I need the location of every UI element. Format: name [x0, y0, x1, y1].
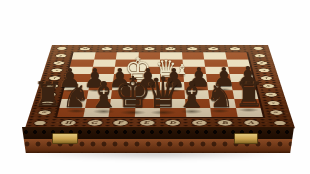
- square-c1: [182, 52, 205, 59]
- square-h1: [72, 52, 95, 59]
- square-g8: [83, 108, 110, 117]
- square-a6: [232, 90, 258, 99]
- square-c4: [183, 74, 207, 82]
- rank-medallion-6: 6: [264, 92, 277, 96]
- square-f5: [112, 82, 137, 90]
- rank-medallion-2: 2: [53, 61, 64, 64]
- chess-set-product-photo: HGFEDCBA HGFEDCBA 12345678 12345678 ♚♛♝♟…: [0, 0, 310, 174]
- square-f6: [111, 90, 136, 99]
- rank-medallion-7: 7: [40, 101, 53, 105]
- rank-medallion-5: 5: [46, 84, 58, 88]
- file-medallion-d: D: [166, 120, 181, 125]
- square-a2: [226, 59, 250, 66]
- file-medallion-far-f: F: [123, 47, 133, 50]
- square-d4: [160, 74, 184, 82]
- box-front-face: [22, 127, 294, 153]
- square-d6: [160, 90, 185, 99]
- square-a3: [228, 67, 252, 75]
- square-c5: [184, 82, 209, 90]
- rank-medallion-1: 1: [254, 54, 265, 57]
- rank-medallion-4: 4: [260, 76, 272, 80]
- square-g5: [88, 82, 113, 90]
- square-h2: [70, 59, 94, 66]
- square-b2: [204, 59, 227, 66]
- square-e7: [135, 99, 160, 108]
- file-medallion-e: E: [140, 120, 155, 125]
- square-e2: [137, 59, 160, 66]
- square-h3: [68, 67, 92, 75]
- square-g2: [92, 59, 115, 66]
- rank-medallion-8: 8: [269, 110, 282, 114]
- square-d1: [160, 52, 182, 59]
- chess-board: HGFEDCBA HGFEDCBA 12345678 12345678: [25, 45, 295, 128]
- file-medallion-far-a: A: [230, 47, 241, 50]
- rank-medallion-5: 5: [262, 84, 274, 88]
- square-d5: [160, 82, 184, 90]
- file-medallion-b: B: [218, 120, 233, 125]
- file-medallion-c: C: [192, 120, 207, 125]
- square-a7: [234, 99, 261, 108]
- rank-medallion-1: 1: [55, 54, 66, 57]
- rank-medallion-3: 3: [258, 69, 270, 73]
- square-g3: [91, 67, 115, 75]
- square-f7: [110, 99, 136, 108]
- rank-medallion-8: 8: [38, 110, 51, 114]
- board-squares-grid: [57, 52, 263, 117]
- rank-medallion-4: 4: [48, 76, 60, 80]
- square-f2: [115, 59, 138, 66]
- square-c7: [185, 99, 211, 108]
- square-a8: [235, 108, 263, 117]
- file-medallion-far-c: C: [187, 47, 197, 50]
- square-b6: [208, 90, 234, 99]
- square-g7: [85, 99, 111, 108]
- square-e4: [137, 74, 161, 82]
- square-f4: [113, 74, 137, 82]
- file-medallion-f: F: [113, 120, 128, 125]
- square-h4: [66, 74, 91, 82]
- square-e5: [136, 82, 160, 90]
- square-a4: [229, 74, 254, 82]
- square-b8: [210, 108, 237, 117]
- file-labels-far: HGFEDCBA: [74, 45, 247, 52]
- square-f1: [116, 52, 139, 59]
- file-medallion-a: A: [244, 120, 260, 125]
- square-d3: [160, 67, 183, 75]
- square-f3: [114, 67, 137, 75]
- square-d2: [160, 59, 183, 66]
- square-c3: [183, 67, 206, 75]
- corner-rosette: [274, 121, 286, 125]
- square-d8: [160, 108, 186, 117]
- square-h5: [64, 82, 90, 90]
- square-c8: [185, 108, 211, 117]
- file-medallion-far-h: H: [80, 47, 91, 50]
- brass-hinge-left: [52, 133, 78, 144]
- brass-hinge-right: [234, 133, 258, 144]
- square-g1: [94, 52, 117, 59]
- file-medallion-g: G: [87, 120, 102, 125]
- rank-medallion-6: 6: [43, 92, 56, 96]
- square-b1: [203, 52, 226, 59]
- square-f8: [109, 108, 135, 117]
- square-h8: [57, 108, 85, 117]
- file-medallion-far-b: B: [208, 47, 219, 50]
- square-e1: [138, 52, 160, 59]
- square-b3: [205, 67, 229, 75]
- square-b7: [209, 99, 235, 108]
- file-medallion-h: H: [61, 120, 77, 125]
- square-c6: [184, 90, 209, 99]
- square-e6: [135, 90, 160, 99]
- square-g4: [90, 74, 115, 82]
- file-medallion-far-e: E: [144, 47, 154, 50]
- square-h6: [62, 90, 88, 99]
- file-medallion-far-d: D: [166, 47, 176, 50]
- rank-medallion-7: 7: [267, 101, 280, 105]
- square-h7: [59, 99, 86, 108]
- square-b4: [206, 74, 231, 82]
- square-a5: [231, 82, 257, 90]
- square-e3: [137, 67, 160, 75]
- square-b5: [207, 82, 232, 90]
- rank-medallion-2: 2: [256, 61, 267, 64]
- square-a1: [225, 52, 248, 59]
- square-g6: [86, 90, 112, 99]
- corner-rosette: [253, 47, 263, 50]
- rank-medallion-3: 3: [51, 69, 63, 73]
- square-c2: [182, 59, 205, 66]
- file-labels-near: HGFEDCBA: [54, 117, 265, 128]
- square-e8: [134, 108, 160, 117]
- square-d7: [160, 99, 185, 108]
- file-medallion-far-g: G: [101, 47, 112, 50]
